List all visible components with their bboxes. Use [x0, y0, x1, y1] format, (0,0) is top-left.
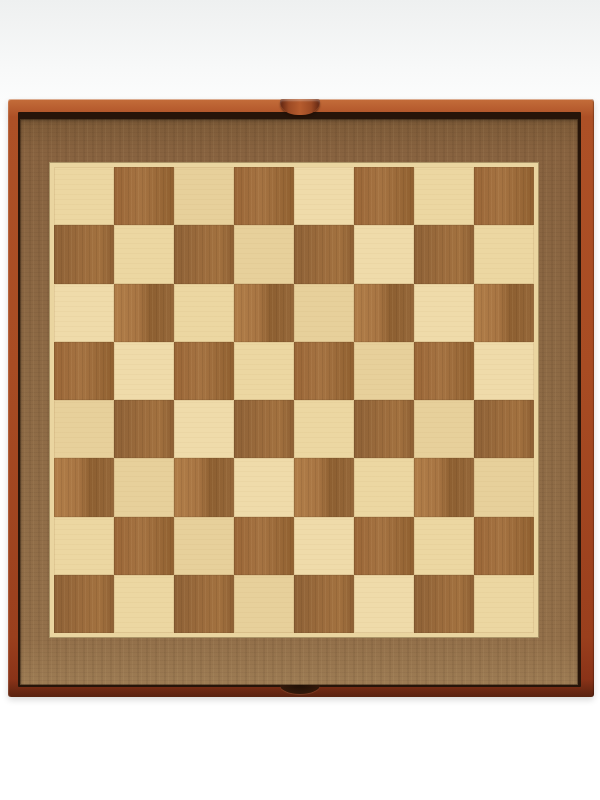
square-a1 [54, 575, 114, 633]
square-d7 [234, 225, 294, 283]
square-e2 [294, 517, 354, 575]
square-d1 [234, 575, 294, 633]
product-photo-background [0, 0, 600, 800]
square-c4 [174, 400, 234, 458]
square-g5 [414, 342, 474, 400]
square-g1 [414, 575, 474, 633]
square-d2 [234, 517, 294, 575]
square-c3 [174, 458, 234, 516]
square-c5 [174, 342, 234, 400]
square-b1 [114, 575, 174, 633]
square-a2 [54, 517, 114, 575]
square-c7 [174, 225, 234, 283]
square-e8 [294, 167, 354, 225]
square-b4 [114, 400, 174, 458]
square-g8 [414, 167, 474, 225]
square-g2 [414, 517, 474, 575]
square-a8 [54, 167, 114, 225]
square-f8 [354, 167, 414, 225]
square-b2 [114, 517, 174, 575]
square-f7 [354, 225, 414, 283]
square-h2 [474, 517, 534, 575]
square-g7 [414, 225, 474, 283]
square-f3 [354, 458, 414, 516]
square-b7 [114, 225, 174, 283]
square-d4 [234, 400, 294, 458]
square-h1 [474, 575, 534, 633]
square-d8 [234, 167, 294, 225]
square-h6 [474, 284, 534, 342]
square-f6 [354, 284, 414, 342]
square-h8 [474, 167, 534, 225]
square-d3 [234, 458, 294, 516]
square-a5 [54, 342, 114, 400]
square-c1 [174, 575, 234, 633]
square-b5 [114, 342, 174, 400]
square-h4 [474, 400, 534, 458]
playing-surface-sheet [49, 162, 539, 638]
square-h3 [474, 458, 534, 516]
square-a6 [54, 284, 114, 342]
square-b3 [114, 458, 174, 516]
square-a7 [54, 225, 114, 283]
square-e6 [294, 284, 354, 342]
square-a3 [54, 458, 114, 516]
square-c8 [174, 167, 234, 225]
square-h5 [474, 342, 534, 400]
square-d6 [234, 284, 294, 342]
square-h7 [474, 225, 534, 283]
square-e3 [294, 458, 354, 516]
square-e5 [294, 342, 354, 400]
square-c6 [174, 284, 234, 342]
chessboard [8, 99, 594, 697]
square-e4 [294, 400, 354, 458]
square-g4 [414, 400, 474, 458]
square-c2 [174, 517, 234, 575]
square-b8 [114, 167, 174, 225]
square-f5 [354, 342, 414, 400]
square-e7 [294, 225, 354, 283]
square-b6 [114, 284, 174, 342]
square-f2 [354, 517, 414, 575]
square-d5 [234, 342, 294, 400]
square-g6 [414, 284, 474, 342]
square-a4 [54, 400, 114, 458]
square-f1 [354, 575, 414, 633]
square-f4 [354, 400, 414, 458]
square-e1 [294, 575, 354, 633]
board-grid [54, 167, 534, 633]
square-g3 [414, 458, 474, 516]
